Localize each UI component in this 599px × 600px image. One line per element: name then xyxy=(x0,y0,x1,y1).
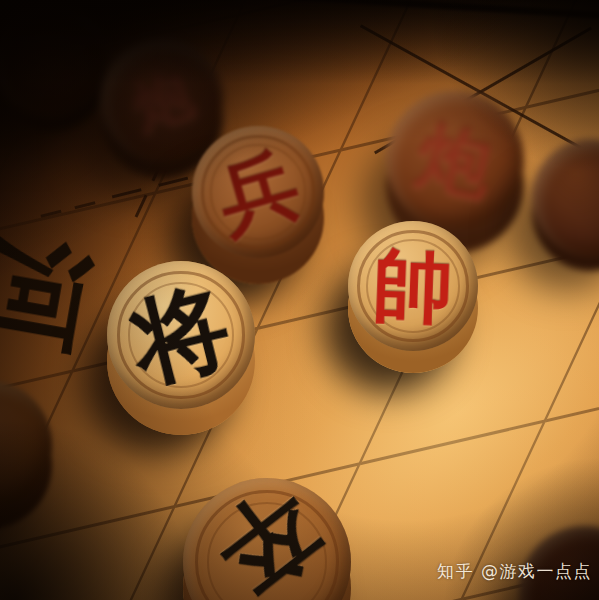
piece-face: 将 xyxy=(107,261,255,409)
piece-blur-right-edge xyxy=(532,139,599,257)
piece-black-soldier-zu[interactable]: 卒 xyxy=(183,478,351,600)
photo-canvas: 河 炮兵炮帥将卒 知乎 @游戏一点点 xyxy=(0,0,599,600)
piece-face: 卒 xyxy=(183,478,351,600)
piece-character: 帥 xyxy=(372,245,455,328)
piece-black-general-jiang[interactable]: 将 xyxy=(107,261,255,409)
piece-character: 炮 xyxy=(411,116,499,204)
piece-red-soldier-bing[interactable]: 兵 xyxy=(192,126,324,258)
piece-face: 炮 xyxy=(386,91,524,229)
piece-character: 炮 xyxy=(125,63,199,137)
piece-face: 帥 xyxy=(348,221,478,351)
watermark-text: 知乎 @游戏一点点 xyxy=(437,560,592,583)
piece-face xyxy=(0,1,108,116)
piece-red-general-shuai[interactable]: 帥 xyxy=(348,221,478,351)
piece-blur-bottom-left xyxy=(0,381,52,509)
piece-blur-top-far-left xyxy=(0,1,108,116)
piece-blur-top-right: 炮 xyxy=(386,91,524,229)
piece-face: 兵 xyxy=(192,126,324,258)
pieces-layer: 炮兵炮帥将卒 xyxy=(0,0,599,600)
